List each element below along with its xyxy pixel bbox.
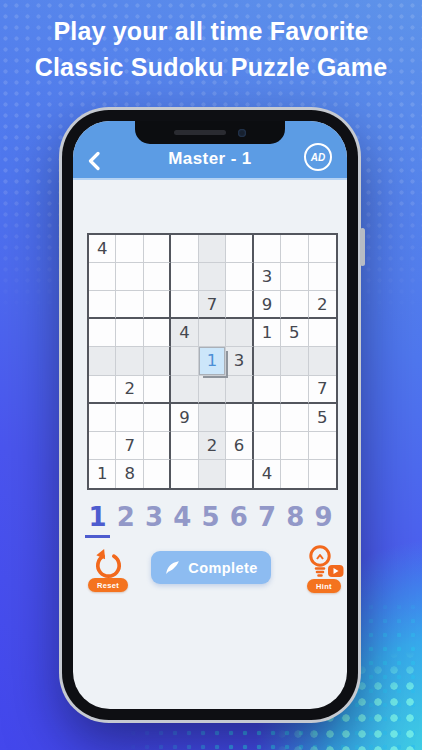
numpad-5[interactable]: 5 xyxy=(198,502,223,538)
cell-r7c4[interactable]: 9 xyxy=(171,404,198,432)
cell-r5c6[interactable]: 3 xyxy=(226,347,253,375)
cell-r3c8[interactable] xyxy=(281,291,308,319)
cell-r2c8[interactable] xyxy=(281,263,308,291)
cell-r6c4[interactable] xyxy=(171,376,198,404)
cell-r2c3[interactable] xyxy=(144,263,171,291)
cell-r7c5[interactable] xyxy=(199,404,226,432)
cell-r2c4[interactable] xyxy=(171,263,198,291)
cell-r4c3[interactable] xyxy=(144,319,171,347)
cell-r7c7[interactable] xyxy=(254,404,281,432)
cell-r9c3[interactable] xyxy=(144,460,171,488)
numpad-3[interactable]: 3 xyxy=(142,502,167,538)
cell-r8c9[interactable] xyxy=(309,432,336,460)
cell-r2c7[interactable]: 3 xyxy=(254,263,281,291)
cell-r5c9[interactable] xyxy=(309,347,336,375)
speaker-slot xyxy=(174,130,226,135)
cell-r4c5[interactable] xyxy=(199,319,226,347)
reset-label: Reset xyxy=(88,578,128,592)
cell-r8c1[interactable] xyxy=(89,432,116,460)
cell-r9c7[interactable]: 4 xyxy=(254,460,281,488)
cell-r5c8[interactable] xyxy=(281,347,308,375)
sudoku-board: 43792415132795726184 xyxy=(87,233,338,490)
cell-r4c4[interactable]: 4 xyxy=(171,319,198,347)
reset-button[interactable]: Reset xyxy=(85,546,131,592)
feather-icon xyxy=(164,559,181,576)
phone-mockup: Master - 1 AD 43792415132795726184 12345… xyxy=(62,110,358,720)
cell-r5c1[interactable] xyxy=(89,347,116,375)
cell-r3c4[interactable] xyxy=(171,291,198,319)
cell-r7c3[interactable] xyxy=(144,404,171,432)
phone-power-button xyxy=(360,228,365,266)
cell-r6c6[interactable] xyxy=(226,376,253,404)
numpad-2[interactable]: 2 xyxy=(113,502,138,538)
cell-r5c2[interactable] xyxy=(116,347,143,375)
cell-r5c3[interactable] xyxy=(144,347,171,375)
cell-r9c4[interactable] xyxy=(171,460,198,488)
cell-r3c7[interactable]: 9 xyxy=(254,291,281,319)
cell-r4c6[interactable] xyxy=(226,319,253,347)
cell-r6c2[interactable]: 2 xyxy=(116,376,143,404)
cell-r2c9[interactable] xyxy=(309,263,336,291)
cell-r9c1[interactable]: 1 xyxy=(89,460,116,488)
numpad-6[interactable]: 6 xyxy=(226,502,251,538)
banner-line-1: Play your all time Favorite xyxy=(0,13,422,49)
numpad-8[interactable]: 8 xyxy=(283,502,308,538)
phone-screen: Master - 1 AD 43792415132795726184 12345… xyxy=(73,121,347,709)
cell-r8c6[interactable]: 6 xyxy=(226,432,253,460)
cell-r3c5[interactable]: 7 xyxy=(199,291,226,319)
numpad: 123456789 xyxy=(85,502,336,538)
cell-r8c8[interactable] xyxy=(281,432,308,460)
complete-button[interactable]: Complete xyxy=(151,551,271,584)
numpad-7[interactable]: 7 xyxy=(255,502,280,538)
cell-r5c5[interactable]: 1 xyxy=(199,347,226,375)
hint-label: Hint xyxy=(307,579,341,593)
cell-r3c6[interactable] xyxy=(226,291,253,319)
cell-r9c8[interactable] xyxy=(281,460,308,488)
cell-r3c9[interactable]: 2 xyxy=(309,291,336,319)
numpad-1[interactable]: 1 xyxy=(85,502,110,538)
cell-r7c8[interactable] xyxy=(281,404,308,432)
cell-r1c4[interactable] xyxy=(171,235,198,263)
cell-r1c3[interactable] xyxy=(144,235,171,263)
cell-r2c6[interactable] xyxy=(226,263,253,291)
cell-r5c7[interactable] xyxy=(254,347,281,375)
cell-r7c6[interactable] xyxy=(226,404,253,432)
cell-r6c1[interactable] xyxy=(89,376,116,404)
complete-label: Complete xyxy=(188,560,257,576)
cell-r3c2[interactable] xyxy=(116,291,143,319)
cell-r8c2[interactable]: 7 xyxy=(116,432,143,460)
store-screenshot: Play your all time Favorite Classic Sudo… xyxy=(0,0,422,750)
cell-r4c1[interactable] xyxy=(89,319,116,347)
cell-r9c6[interactable] xyxy=(226,460,253,488)
cell-r1c1[interactable]: 4 xyxy=(89,235,116,263)
cell-r2c5[interactable] xyxy=(199,263,226,291)
cell-r7c2[interactable] xyxy=(116,404,143,432)
cell-r6c9[interactable]: 7 xyxy=(309,376,336,404)
hint-bulb-icon xyxy=(303,544,345,582)
cell-r1c5[interactable] xyxy=(199,235,226,263)
banner-line-2: Classic Sudoku Puzzle Game xyxy=(0,49,422,85)
cell-r4c2[interactable] xyxy=(116,319,143,347)
cell-r4c9[interactable] xyxy=(309,319,336,347)
cell-r9c9[interactable] xyxy=(309,460,336,488)
cell-r4c7[interactable]: 1 xyxy=(254,319,281,347)
cell-r1c2[interactable] xyxy=(116,235,143,263)
cell-r8c7[interactable] xyxy=(254,432,281,460)
cell-r3c3[interactable] xyxy=(144,291,171,319)
level-title: Master - 1 xyxy=(73,149,347,169)
reset-icon xyxy=(91,546,126,581)
cell-r2c1[interactable] xyxy=(89,263,116,291)
phone-notch xyxy=(135,121,285,144)
cell-r1c9[interactable] xyxy=(309,235,336,263)
cell-r3c1[interactable] xyxy=(89,291,116,319)
cell-r7c9[interactable]: 5 xyxy=(309,404,336,432)
cell-r1c6[interactable] xyxy=(226,235,253,263)
cell-r6c7[interactable] xyxy=(254,376,281,404)
hint-button[interactable]: Hint xyxy=(299,544,347,593)
cell-r7c1[interactable] xyxy=(89,404,116,432)
front-camera xyxy=(238,129,246,137)
cell-r9c5[interactable] xyxy=(199,460,226,488)
cell-r8c4[interactable] xyxy=(171,432,198,460)
numpad-9[interactable]: 9 xyxy=(311,502,336,538)
cell-r6c3[interactable] xyxy=(144,376,171,404)
cell-r9c2[interactable]: 8 xyxy=(116,460,143,488)
cell-r6c8[interactable] xyxy=(281,376,308,404)
cell-r4c8[interactable]: 5 xyxy=(281,319,308,347)
banner-headline: Play your all time Favorite Classic Sudo… xyxy=(0,13,422,85)
cell-r5c4[interactable] xyxy=(171,347,198,375)
cell-r1c7[interactable] xyxy=(254,235,281,263)
cell-r6c5[interactable] xyxy=(199,376,226,404)
cell-r1c8[interactable] xyxy=(281,235,308,263)
numpad-4[interactable]: 4 xyxy=(170,502,195,538)
cell-r8c3[interactable] xyxy=(144,432,171,460)
cell-r2c2[interactable] xyxy=(116,263,143,291)
cell-r8c5[interactable]: 2 xyxy=(199,432,226,460)
